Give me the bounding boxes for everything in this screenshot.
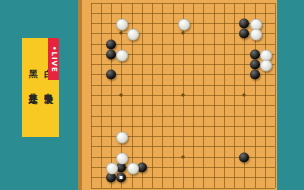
go-live-broadcast-screen: { "game": "go", "broadcast": { "live_lab… — [0, 0, 304, 190]
stone-white — [116, 19, 128, 31]
stone-white — [116, 49, 128, 61]
stone-white — [116, 152, 128, 164]
star-point — [120, 94, 123, 97]
stone-black — [106, 49, 116, 59]
last-move-marker — [120, 176, 123, 179]
grid-line-horizontal — [91, 146, 276, 147]
player-info-panel: 黑 芈昱廷 白 申旻埈 •LIVE — [22, 38, 59, 137]
go-board — [82, 0, 277, 190]
grid-line-horizontal — [91, 126, 276, 127]
stone-black — [250, 49, 260, 59]
stone-white — [127, 29, 139, 41]
stone-black — [239, 19, 249, 29]
live-badge-label: •LIVE — [50, 46, 57, 73]
stone-white — [127, 162, 139, 174]
stone-white — [178, 19, 190, 31]
stone-black — [239, 152, 249, 162]
black-color-label: 黑 — [28, 62, 38, 63]
grid-line-vertical — [224, 3, 225, 188]
stone-white — [250, 29, 262, 41]
stone-black — [239, 29, 249, 39]
grid-line-vertical — [275, 3, 276, 188]
stone-black — [106, 39, 116, 49]
grid-line-vertical — [214, 3, 215, 188]
grid-line-horizontal — [91, 116, 276, 117]
star-point — [120, 32, 123, 35]
stone-black — [106, 70, 116, 80]
stone-black — [250, 60, 260, 70]
stone-black — [250, 70, 260, 80]
black-player-name: 芈昱廷 — [28, 86, 37, 89]
stone-white — [116, 132, 128, 144]
star-point — [243, 94, 246, 97]
grid-line-horizontal — [91, 105, 276, 106]
star-point — [181, 94, 184, 97]
star-point — [181, 32, 184, 35]
white-player-name: 申旻埈 — [44, 86, 53, 89]
live-badge: •LIVE — [48, 38, 59, 80]
stone-white — [260, 60, 272, 72]
black-player-column: 黑 芈昱廷 — [28, 62, 37, 132]
grid-line-vertical — [265, 3, 266, 188]
grid-line-vertical — [193, 3, 194, 188]
grid-line-horizontal — [91, 188, 276, 189]
star-point — [181, 155, 184, 158]
stone-white — [106, 162, 118, 174]
grid-line-vertical — [203, 3, 204, 188]
grid-line-vertical — [234, 3, 235, 188]
